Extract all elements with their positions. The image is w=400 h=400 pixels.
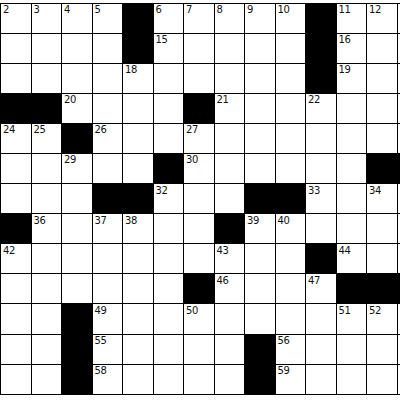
clue-number: 51	[339, 305, 351, 316]
cell[interactable]: 4	[62, 4, 93, 34]
clue-number: 37	[95, 215, 107, 226]
cell[interactable]: 47	[306, 274, 337, 304]
cell[interactable]	[154, 335, 185, 365]
cell[interactable]	[276, 124, 307, 154]
cell[interactable]	[245, 124, 276, 154]
cell[interactable]: 8	[215, 4, 246, 34]
clue-number: 40	[278, 215, 290, 226]
cell[interactable]	[215, 335, 246, 365]
cell[interactable]	[62, 34, 93, 64]
clue-number: 29	[64, 154, 76, 165]
clue-number: 50	[186, 305, 198, 316]
cell[interactable]	[367, 94, 398, 124]
black-cell	[306, 244, 337, 274]
clue-number: 30	[186, 154, 198, 165]
cell[interactable]	[123, 365, 154, 395]
cell[interactable]	[306, 365, 337, 395]
clue-number: 2	[3, 4, 9, 15]
cell[interactable]: 52	[367, 304, 398, 334]
cell[interactable]: 43	[215, 244, 246, 274]
clue-number: 26	[95, 124, 107, 135]
black-cell	[1, 94, 32, 124]
cell[interactable]: 38	[123, 214, 154, 244]
cell[interactable]: 46	[215, 274, 246, 304]
black-cell	[245, 335, 276, 365]
cell[interactable]	[337, 154, 368, 184]
cell[interactable]: 6	[154, 4, 185, 34]
cell[interactable]	[123, 154, 154, 184]
cell[interactable]	[276, 34, 307, 64]
black-cell	[123, 184, 154, 214]
cell[interactable]	[215, 124, 246, 154]
cell[interactable]	[215, 365, 246, 395]
cell[interactable]	[1, 154, 32, 184]
clue-number: 38	[125, 215, 137, 226]
black-cell	[32, 94, 63, 124]
cell[interactable]	[154, 244, 185, 274]
cell[interactable]: 29	[62, 154, 93, 184]
cell[interactable]: 40	[276, 214, 307, 244]
black-cell	[245, 365, 276, 395]
cell[interactable]: 42	[1, 244, 32, 274]
clue-number: 9	[247, 4, 253, 15]
cell[interactable]: 26	[93, 124, 124, 154]
cell[interactable]	[276, 94, 307, 124]
cell[interactable]: 20	[62, 94, 93, 124]
cell[interactable]: 55	[93, 335, 124, 365]
cell[interactable]	[1, 335, 32, 365]
cell[interactable]	[184, 34, 215, 64]
cell[interactable]	[337, 184, 368, 214]
cell[interactable]	[306, 124, 337, 154]
cell[interactable]: 22	[306, 94, 337, 124]
clue-number: 32	[156, 185, 168, 196]
cell[interactable]	[1, 34, 32, 64]
clue-number: 8	[217, 4, 223, 15]
clue-number: 11	[339, 4, 351, 15]
cell[interactable]	[93, 34, 124, 64]
cell[interactable]	[123, 335, 154, 365]
cell[interactable]	[337, 365, 368, 395]
cell[interactable]: 59	[276, 365, 307, 395]
clue-number: 12	[369, 4, 381, 15]
cell[interactable]	[154, 94, 185, 124]
cell[interactable]: 39	[245, 214, 276, 244]
cell[interactable]: 51	[337, 304, 368, 334]
black-cell	[62, 124, 93, 154]
cell[interactable]	[123, 244, 154, 274]
clue-number: 42	[3, 245, 15, 256]
cell[interactable]	[1, 274, 32, 304]
cell[interactable]: 2	[1, 4, 32, 34]
cell[interactable]	[184, 244, 215, 274]
cell[interactable]	[306, 304, 337, 334]
cell[interactable]	[306, 214, 337, 244]
cell[interactable]: 56	[276, 335, 307, 365]
cell[interactable]: 49	[93, 304, 124, 334]
cell[interactable]	[32, 34, 63, 64]
cell[interactable]	[1, 64, 32, 94]
clue-number: 21	[217, 94, 229, 105]
cell[interactable]	[93, 274, 124, 304]
cell[interactable]	[337, 335, 368, 365]
black-cell	[123, 4, 154, 34]
cell[interactable]	[245, 34, 276, 64]
cell[interactable]: 5	[93, 4, 124, 34]
clue-number: 15	[156, 34, 168, 45]
cell[interactable]: 7	[184, 4, 215, 34]
cell[interactable]	[32, 335, 63, 365]
cell[interactable]	[245, 304, 276, 334]
black-cell	[123, 34, 154, 64]
cell[interactable]	[337, 94, 368, 124]
cell[interactable]	[276, 154, 307, 184]
cell[interactable]	[367, 365, 398, 395]
cell[interactable]	[32, 304, 63, 334]
cell[interactable]	[154, 274, 185, 304]
clue-number: 4	[64, 4, 70, 15]
cell[interactable]: 50	[184, 304, 215, 334]
black-cell	[184, 94, 215, 124]
clue-number: 39	[247, 215, 259, 226]
clue-number: 47	[308, 275, 320, 286]
clue-number: 55	[95, 335, 107, 346]
black-cell	[276, 184, 307, 214]
clue-number: 22	[308, 94, 320, 105]
black-cell	[367, 154, 398, 184]
cell[interactable]	[367, 244, 398, 274]
clue-number: 20	[64, 94, 76, 105]
cell[interactable]	[245, 154, 276, 184]
black-cell	[93, 184, 124, 214]
cell[interactable]: 44	[337, 244, 368, 274]
cell[interactable]	[367, 64, 398, 94]
cell[interactable]	[215, 304, 246, 334]
cell[interactable]	[276, 304, 307, 334]
cell[interactable]: 11	[337, 4, 368, 34]
black-cell	[62, 335, 93, 365]
clue-number: 56	[278, 335, 290, 346]
black-cell	[245, 184, 276, 214]
clue-number: 33	[308, 185, 320, 196]
cell[interactable]: 32	[154, 184, 185, 214]
cell[interactable]	[93, 154, 124, 184]
cell[interactable]	[337, 124, 368, 154]
clue-number: 18	[125, 64, 137, 75]
clue-number: 16	[339, 34, 351, 45]
cell[interactable]	[62, 214, 93, 244]
black-cell	[306, 4, 337, 34]
black-cell	[367, 274, 398, 304]
cell[interactable]: 25	[32, 124, 63, 154]
cell[interactable]	[367, 34, 398, 64]
cell[interactable]	[93, 64, 124, 94]
cell[interactable]	[154, 214, 185, 244]
cell[interactable]	[245, 64, 276, 94]
cell[interactable]	[1, 304, 32, 334]
clue-number: 43	[217, 245, 229, 256]
clue-number: 46	[217, 275, 229, 286]
black-cell	[62, 304, 93, 334]
clue-number: 49	[95, 305, 107, 316]
clue-number: 44	[339, 245, 351, 256]
cell[interactable]	[367, 335, 398, 365]
cell[interactable]	[123, 304, 154, 334]
cell[interactable]: 19	[337, 64, 368, 94]
cell[interactable]	[123, 124, 154, 154]
clue-number: 10	[278, 4, 290, 15]
cell[interactable]	[337, 214, 368, 244]
cell[interactable]	[245, 94, 276, 124]
black-cell	[154, 154, 185, 184]
cell[interactable]	[1, 365, 32, 395]
black-cell	[306, 34, 337, 64]
cell[interactable]	[184, 335, 215, 365]
cell[interactable]	[32, 244, 63, 274]
clue-number: 52	[369, 305, 381, 316]
clue-number: 58	[95, 365, 107, 376]
cell[interactable]: 15	[154, 34, 185, 64]
cell[interactable]	[62, 274, 93, 304]
clue-number: 6	[156, 4, 162, 15]
black-cell	[62, 365, 93, 395]
clue-number: 3	[34, 4, 40, 15]
cell[interactable]: 10	[276, 4, 307, 34]
cell[interactable]	[62, 64, 93, 94]
cell[interactable]	[123, 94, 154, 124]
cell[interactable]	[93, 244, 124, 274]
clue-number: 34	[369, 185, 381, 196]
cell[interactable]	[367, 214, 398, 244]
cell[interactable]: 36	[32, 214, 63, 244]
cell[interactable]	[276, 274, 307, 304]
cell[interactable]	[184, 64, 215, 94]
cell[interactable]	[154, 365, 185, 395]
cell[interactable]	[215, 64, 246, 94]
cell[interactable]	[184, 214, 215, 244]
black-cell	[1, 214, 32, 244]
cell[interactable]: 37	[93, 214, 124, 244]
cell[interactable]	[215, 184, 246, 214]
cell[interactable]	[276, 244, 307, 274]
clue-number: 36	[34, 215, 46, 226]
clue-number: 7	[186, 4, 192, 15]
cell[interactable]: 3	[32, 4, 63, 34]
cell[interactable]	[215, 34, 246, 64]
crossword-puzzle: 2345678910111213151618192021222425262729…	[0, 0, 400, 400]
black-cell	[184, 274, 215, 304]
cell[interactable]: 30	[184, 154, 215, 184]
cell[interactable]: 9	[245, 4, 276, 34]
cell[interactable]	[1, 184, 32, 214]
cell[interactable]	[32, 274, 63, 304]
cell[interactable]: 33	[306, 184, 337, 214]
clue-number: 19	[339, 64, 351, 75]
cell[interactable]	[245, 244, 276, 274]
black-cell	[215, 214, 246, 244]
cell[interactable]	[123, 274, 154, 304]
cell[interactable]	[306, 335, 337, 365]
clue-number: 24	[3, 124, 15, 135]
clue-number: 59	[278, 365, 290, 376]
cell[interactable]	[367, 124, 398, 154]
cell[interactable]: 34	[367, 184, 398, 214]
cell[interactable]: 24	[1, 124, 32, 154]
cell[interactable]: 21	[215, 94, 246, 124]
cell[interactable]	[32, 154, 63, 184]
cell[interactable]	[154, 64, 185, 94]
clue-number: 27	[186, 124, 198, 135]
cell[interactable]	[32, 64, 63, 94]
cell[interactable]	[154, 124, 185, 154]
cell[interactable]: 27	[184, 124, 215, 154]
clue-number: 25	[34, 124, 46, 135]
cell[interactable]	[32, 365, 63, 395]
cell[interactable]	[154, 304, 185, 334]
cell[interactable]: 16	[337, 34, 368, 64]
cell[interactable]	[32, 184, 63, 214]
cell[interactable]	[62, 244, 93, 274]
cell[interactable]	[184, 184, 215, 214]
cell[interactable]	[93, 94, 124, 124]
cell[interactable]: 18	[123, 64, 154, 94]
black-cell	[337, 274, 368, 304]
cell[interactable]	[276, 64, 307, 94]
cell[interactable]	[62, 184, 93, 214]
cell[interactable]: 58	[93, 365, 124, 395]
cell[interactable]: 12	[367, 4, 398, 34]
crossword-board: 2345678910111213151618192021222425262729…	[0, 3, 400, 395]
cell[interactable]	[215, 154, 246, 184]
cell[interactable]	[306, 154, 337, 184]
cell[interactable]	[245, 274, 276, 304]
black-cell	[306, 64, 337, 94]
cell[interactable]	[184, 365, 215, 395]
clue-number: 5	[95, 4, 101, 15]
